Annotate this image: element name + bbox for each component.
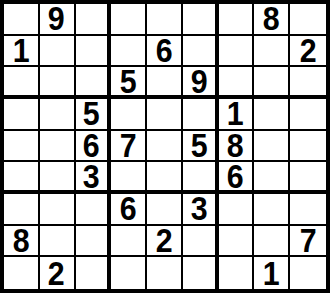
- cell-r5c2[interactable]: [40, 131, 76, 163]
- cell-r8c7[interactable]: [219, 226, 255, 258]
- cell-r3c5[interactable]: [147, 67, 183, 99]
- cell-r5c9[interactable]: [290, 131, 326, 163]
- cell-r6c6[interactable]: [183, 162, 219, 194]
- cell-r6c2[interactable]: [40, 162, 76, 194]
- cell-r2c3[interactable]: [76, 36, 112, 68]
- cell-r1c6[interactable]: [183, 4, 219, 36]
- cell-r6c8[interactable]: [254, 162, 290, 194]
- given-digit: 5: [83, 99, 100, 130]
- given-digit: 9: [48, 4, 65, 35]
- given-digit: 1: [263, 257, 280, 289]
- cell-r5c6[interactable]: 5: [183, 131, 219, 163]
- cell-r7c1[interactable]: [4, 194, 40, 226]
- cell-r4c9[interactable]: [290, 99, 326, 131]
- cell-r1c3[interactable]: [76, 4, 112, 36]
- cell-r2c5[interactable]: 6: [147, 36, 183, 68]
- given-digit: 7: [300, 226, 317, 257]
- cell-r2c1[interactable]: 1: [4, 36, 40, 68]
- given-digit: 3: [190, 194, 207, 225]
- given-digit: 8: [227, 131, 244, 162]
- cell-r4c2[interactable]: [40, 99, 76, 131]
- cell-r4c4[interactable]: [111, 99, 147, 131]
- given-digit: 8: [12, 226, 29, 257]
- given-digit: 6: [120, 194, 137, 225]
- cell-r3c4[interactable]: 5: [111, 67, 147, 99]
- cell-r2c6[interactable]: [183, 36, 219, 68]
- cell-r3c8[interactable]: [254, 67, 290, 99]
- cell-r7c3[interactable]: [76, 194, 112, 226]
- cell-r9c2[interactable]: 2: [40, 257, 76, 289]
- given-digit: 2: [48, 257, 65, 289]
- cell-r6c9[interactable]: [290, 162, 326, 194]
- cell-r8c2[interactable]: [40, 226, 76, 258]
- cell-r3c6[interactable]: 9: [183, 67, 219, 99]
- cell-r7c9[interactable]: [290, 194, 326, 226]
- cell-r8c9[interactable]: 7: [290, 226, 326, 258]
- given-digit: 2: [156, 226, 173, 257]
- cell-r7c2[interactable]: [40, 194, 76, 226]
- cell-r4c6[interactable]: [183, 99, 219, 131]
- given-digit: 6: [156, 36, 173, 67]
- cell-r2c7[interactable]: [219, 36, 255, 68]
- given-digit: 5: [120, 67, 137, 97]
- cell-r3c1[interactable]: [4, 67, 40, 99]
- cell-r5c5[interactable]: [147, 131, 183, 163]
- cell-r1c8[interactable]: 8: [254, 4, 290, 36]
- cell-r1c9[interactable]: [290, 4, 326, 36]
- cell-r7c8[interactable]: [254, 194, 290, 226]
- cell-r8c6[interactable]: [183, 226, 219, 258]
- cell-r8c4[interactable]: [111, 226, 147, 258]
- cell-r8c3[interactable]: [76, 226, 112, 258]
- cell-r4c7[interactable]: 1: [219, 99, 255, 131]
- cell-r7c7[interactable]: [219, 194, 255, 226]
- cell-r1c7[interactable]: [219, 4, 255, 36]
- cell-r6c1[interactable]: [4, 162, 40, 194]
- cell-r6c3[interactable]: 3: [76, 162, 112, 194]
- cell-r9c9[interactable]: [290, 257, 326, 289]
- cell-r6c4[interactable]: [111, 162, 147, 194]
- cell-r9c6[interactable]: [183, 257, 219, 289]
- given-digit: 2: [300, 36, 317, 67]
- given-digit: 7: [120, 131, 137, 162]
- cell-r1c2[interactable]: 9: [40, 4, 76, 36]
- given-digit: 1: [227, 99, 244, 130]
- cell-r1c5[interactable]: [147, 4, 183, 36]
- given-digit: 8: [263, 4, 280, 35]
- cell-r7c4[interactable]: 6: [111, 194, 147, 226]
- cell-r6c7[interactable]: 6: [219, 162, 255, 194]
- cell-r5c7[interactable]: 8: [219, 131, 255, 163]
- cell-r4c8[interactable]: [254, 99, 290, 131]
- cell-r9c7[interactable]: [219, 257, 255, 289]
- cell-r3c7[interactable]: [219, 67, 255, 99]
- given-digit: 3: [83, 162, 100, 192]
- given-digit: 6: [83, 131, 100, 162]
- cell-r1c4[interactable]: [111, 4, 147, 36]
- cell-r9c8[interactable]: 1: [254, 257, 290, 289]
- sudoku-board: 9816259516758366382721: [0, 0, 330, 293]
- cell-r2c2[interactable]: [40, 36, 76, 68]
- cell-r8c8[interactable]: [254, 226, 290, 258]
- cell-r2c4[interactable]: [111, 36, 147, 68]
- cell-r5c1[interactable]: [4, 131, 40, 163]
- cell-r8c1[interactable]: 8: [4, 226, 40, 258]
- given-digit: 6: [227, 162, 244, 192]
- cell-r4c1[interactable]: [4, 99, 40, 131]
- given-digit: 9: [190, 67, 207, 97]
- given-digit: 5: [190, 131, 207, 162]
- cell-r5c8[interactable]: [254, 131, 290, 163]
- cell-r9c3[interactable]: [76, 257, 112, 289]
- cell-r5c3[interactable]: 6: [76, 131, 112, 163]
- given-digit: 1: [12, 36, 29, 67]
- cell-r5c4[interactable]: 7: [111, 131, 147, 163]
- cell-r3c2[interactable]: [40, 67, 76, 99]
- cell-r1c1[interactable]: [4, 4, 40, 36]
- cell-r2c8[interactable]: [254, 36, 290, 68]
- cell-r7c6[interactable]: 3: [183, 194, 219, 226]
- cell-r9c1[interactable]: [4, 257, 40, 289]
- cell-r4c5[interactable]: [147, 99, 183, 131]
- cell-r7c5[interactable]: [147, 194, 183, 226]
- cell-r9c5[interactable]: [147, 257, 183, 289]
- cell-r3c3[interactable]: [76, 67, 112, 99]
- cell-r2c9[interactable]: 2: [290, 36, 326, 68]
- cell-r8c5[interactable]: 2: [147, 226, 183, 258]
- cell-r9c4[interactable]: [111, 257, 147, 289]
- cell-r3c9[interactable]: [290, 67, 326, 99]
- cell-r4c3[interactable]: 5: [76, 99, 112, 131]
- cell-r6c5[interactable]: [147, 162, 183, 194]
